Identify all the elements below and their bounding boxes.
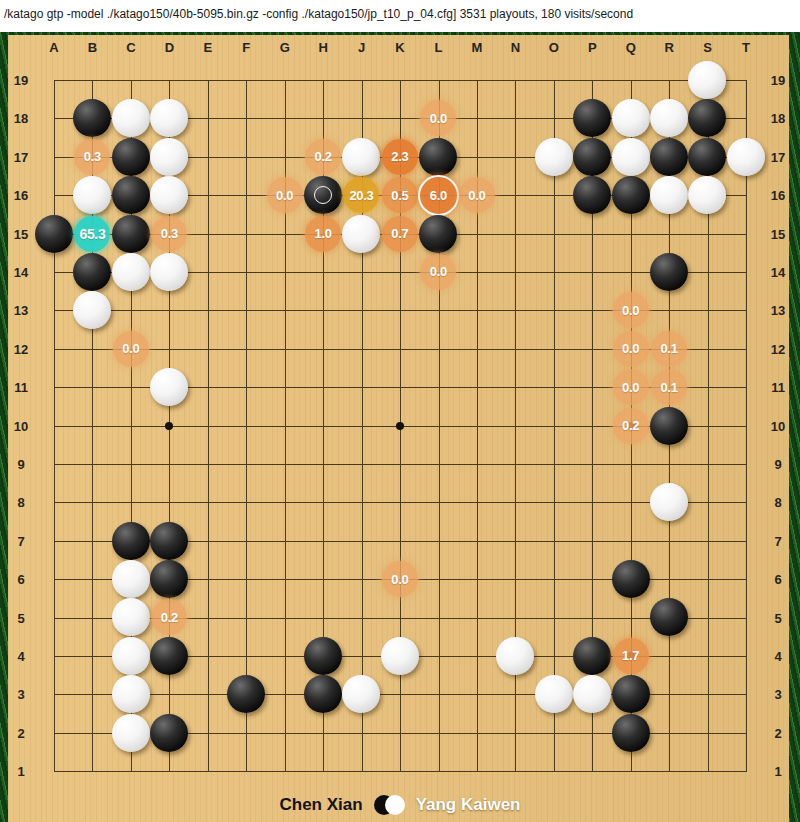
board-intersection[interactable] (727, 138, 765, 176)
board-intersection[interactable] (342, 560, 380, 598)
board-intersection[interactable] (534, 445, 572, 483)
board-intersection[interactable] (227, 598, 265, 636)
board-intersection[interactable] (458, 138, 496, 176)
board-intersection[interactable] (534, 675, 572, 713)
board-intersection[interactable] (688, 99, 726, 137)
board-intersection[interactable] (727, 291, 765, 329)
board-intersection[interactable] (611, 483, 649, 521)
board-intersection[interactable] (688, 521, 726, 559)
board-intersection[interactable]: 0.3 (73, 138, 111, 176)
board-intersection[interactable] (35, 521, 73, 559)
board-intersection[interactable] (650, 637, 688, 675)
board-intersection[interactable] (573, 560, 611, 598)
board-intersection[interactable] (265, 61, 303, 99)
analysis-move-suggestion[interactable]: 0.2 (613, 408, 649, 444)
board-intersection[interactable] (112, 483, 150, 521)
board-intersection[interactable] (112, 598, 150, 636)
board-intersection[interactable] (534, 368, 572, 406)
board-intersection[interactable] (150, 99, 188, 137)
board-intersection[interactable] (650, 61, 688, 99)
board-intersection[interactable] (688, 637, 726, 675)
board-intersection[interactable] (112, 253, 150, 291)
board-intersection[interactable] (227, 291, 265, 329)
board-intersection[interactable] (112, 752, 150, 790)
board-intersection[interactable] (304, 637, 342, 675)
board-intersection[interactable] (342, 138, 380, 176)
board-intersection[interactable] (458, 61, 496, 99)
board-intersection[interactable] (650, 99, 688, 137)
board-intersection[interactable] (419, 214, 457, 252)
board-intersection[interactable] (419, 483, 457, 521)
analysis-move-suggestion[interactable]: 0.0 (459, 177, 495, 213)
board-intersection[interactable] (419, 637, 457, 675)
analysis-move-suggestion[interactable]: 0.0 (613, 331, 649, 367)
board-intersection[interactable] (227, 752, 265, 790)
board-intersection[interactable]: 0.1 (650, 368, 688, 406)
board-intersection[interactable] (150, 675, 188, 713)
board-intersection[interactable] (265, 99, 303, 137)
board-intersection[interactable] (265, 406, 303, 444)
board-intersection[interactable]: 0.0 (381, 560, 419, 598)
board-intersection[interactable] (688, 713, 726, 751)
board-intersection[interactable] (73, 675, 111, 713)
board-intersection[interactable] (150, 752, 188, 790)
board-intersection[interactable] (534, 752, 572, 790)
board-intersection[interactable] (35, 675, 73, 713)
board-intersection[interactable] (227, 214, 265, 252)
board-intersection[interactable] (534, 138, 572, 176)
board-intersection[interactable] (496, 560, 534, 598)
board-intersection[interactable] (73, 330, 111, 368)
board-intersection[interactable] (35, 637, 73, 675)
board-intersection[interactable] (227, 99, 265, 137)
board-intersection[interactable] (342, 99, 380, 137)
analysis-move-suggestion[interactable]: 1.0 (305, 216, 341, 252)
board-intersection[interactable] (458, 368, 496, 406)
board-intersection[interactable] (227, 483, 265, 521)
board-intersection[interactable] (419, 61, 457, 99)
board-intersection[interactable] (342, 483, 380, 521)
board-intersection[interactable] (189, 445, 227, 483)
board-intersection[interactable] (381, 406, 419, 444)
board-intersection[interactable] (381, 483, 419, 521)
board-intersection[interactable] (534, 637, 572, 675)
board-intersection[interactable]: 0.1 (650, 330, 688, 368)
board-intersection[interactable] (688, 406, 726, 444)
board-intersection[interactable] (227, 560, 265, 598)
board-intersection[interactable] (534, 99, 572, 137)
board-intersection[interactable] (265, 368, 303, 406)
board-intersection[interactable] (342, 330, 380, 368)
board-intersection[interactable] (150, 330, 188, 368)
board-intersection[interactable] (35, 598, 73, 636)
board-intersection[interactable] (73, 253, 111, 291)
analysis-move-suggestion[interactable]: 0.0 (420, 100, 456, 136)
board-intersection[interactable] (650, 752, 688, 790)
board-intersection[interactable] (381, 752, 419, 790)
board-intersection[interactable] (35, 99, 73, 137)
board-intersection[interactable] (73, 598, 111, 636)
board-intersection[interactable] (381, 368, 419, 406)
board-intersection[interactable]: 0.3 (150, 214, 188, 252)
board-intersection[interactable]: 0.7 (381, 214, 419, 252)
board-intersection[interactable] (265, 330, 303, 368)
board-intersection[interactable] (265, 521, 303, 559)
board-intersection[interactable] (496, 598, 534, 636)
board-intersection[interactable] (419, 368, 457, 406)
board-intersection[interactable] (189, 675, 227, 713)
board-intersection[interactable] (35, 713, 73, 751)
board-intersection[interactable] (727, 253, 765, 291)
board-intersection[interactable]: 65.3 (73, 214, 111, 252)
board-intersection[interactable]: 0.0 (458, 176, 496, 214)
board-intersection[interactable] (727, 713, 765, 751)
board-intersection[interactable] (496, 406, 534, 444)
board-intersection[interactable] (573, 598, 611, 636)
board-intersection[interactable] (496, 176, 534, 214)
analysis-move-suggestion[interactable]: 20.3 (343, 177, 379, 213)
board-intersection[interactable] (381, 675, 419, 713)
board-intersection[interactable] (189, 138, 227, 176)
board-intersection[interactable] (419, 752, 457, 790)
board-intersection[interactable] (496, 752, 534, 790)
board-intersection[interactable] (227, 445, 265, 483)
board-intersection[interactable] (688, 368, 726, 406)
board-intersection[interactable] (611, 214, 649, 252)
board-intersection[interactable] (727, 598, 765, 636)
board-intersection[interactable] (265, 214, 303, 252)
board-intersection[interactable] (611, 560, 649, 598)
board-intersection[interactable] (342, 214, 380, 252)
board-intersection[interactable]: 1.7 (611, 637, 649, 675)
board-intersection[interactable] (688, 253, 726, 291)
board-intersection[interactable] (727, 406, 765, 444)
board-intersection[interactable] (534, 560, 572, 598)
board-intersection[interactable]: 2.3 (381, 138, 419, 176)
board-intersection[interactable] (381, 445, 419, 483)
board-intersection[interactable] (611, 99, 649, 137)
board-intersection[interactable] (150, 445, 188, 483)
board-intersection[interactable] (227, 61, 265, 99)
board-intersection[interactable] (189, 713, 227, 751)
board-intersection[interactable] (73, 483, 111, 521)
board-intersection[interactable] (35, 176, 73, 214)
board-intersection[interactable] (112, 176, 150, 214)
board-intersection[interactable] (534, 214, 572, 252)
board-intersection[interactable] (458, 330, 496, 368)
board-intersection[interactable] (189, 368, 227, 406)
board-intersection[interactable] (573, 675, 611, 713)
board-intersection[interactable] (458, 406, 496, 444)
board-intersection[interactable] (534, 598, 572, 636)
board-intersection[interactable] (112, 99, 150, 137)
board-intersection[interactable] (112, 637, 150, 675)
board-intersection[interactable] (112, 138, 150, 176)
board-intersection[interactable]: 6.0 (419, 176, 457, 214)
board-intersection[interactable] (189, 99, 227, 137)
board-intersection[interactable] (727, 521, 765, 559)
board-intersection[interactable] (304, 598, 342, 636)
board-intersection[interactable] (458, 560, 496, 598)
board-intersection[interactable] (727, 61, 765, 99)
board-intersection[interactable] (189, 61, 227, 99)
board-intersection[interactable] (650, 214, 688, 252)
board-intersection[interactable] (265, 713, 303, 751)
board-intersection[interactable] (727, 560, 765, 598)
analysis-move-suggestion[interactable]: 1.7 (613, 638, 649, 674)
board-intersection[interactable] (304, 445, 342, 483)
board-intersection[interactable] (496, 637, 534, 675)
board-intersection[interactable] (650, 445, 688, 483)
board-intersection[interactable] (227, 330, 265, 368)
board-intersection[interactable] (304, 368, 342, 406)
board-intersection[interactable] (304, 560, 342, 598)
board-intersection[interactable] (73, 713, 111, 751)
board-intersection[interactable] (496, 368, 534, 406)
board-intersection[interactable] (304, 483, 342, 521)
board-intersection[interactable] (73, 560, 111, 598)
board-intersection[interactable] (727, 483, 765, 521)
board-intersection[interactable] (381, 253, 419, 291)
board-intersection[interactable] (265, 253, 303, 291)
board-intersection[interactable] (727, 368, 765, 406)
board-intersection[interactable] (573, 752, 611, 790)
analysis-move-suggestion[interactable]: 0.1 (651, 331, 687, 367)
analysis-move-suggestion[interactable]: 65.3 (74, 216, 110, 252)
board-intersection[interactable] (688, 483, 726, 521)
board-intersection[interactable] (304, 675, 342, 713)
board-intersection[interactable] (112, 713, 150, 751)
board-intersection[interactable] (458, 99, 496, 137)
board-intersection[interactable] (573, 406, 611, 444)
board-intersection[interactable] (265, 598, 303, 636)
board-intersection[interactable] (112, 445, 150, 483)
board-intersection[interactable] (650, 291, 688, 329)
board-intersection[interactable] (342, 291, 380, 329)
board-intersection[interactable] (189, 483, 227, 521)
board-intersection[interactable] (150, 713, 188, 751)
board-intersection[interactable] (650, 406, 688, 444)
board-intersection[interactable] (650, 713, 688, 751)
board-intersection[interactable] (189, 330, 227, 368)
board-intersection[interactable] (419, 406, 457, 444)
board-intersection[interactable] (458, 445, 496, 483)
board-intersection[interactable] (150, 368, 188, 406)
board-intersection[interactable] (112, 61, 150, 99)
board-intersection[interactable] (189, 598, 227, 636)
board-intersection[interactable] (150, 176, 188, 214)
board-intersection[interactable] (342, 598, 380, 636)
board-intersection[interactable] (265, 560, 303, 598)
board-intersection[interactable] (227, 176, 265, 214)
board-intersection[interactable] (35, 483, 73, 521)
board-intersection[interactable] (688, 291, 726, 329)
analysis-move-suggestion[interactable]: 0.0 (613, 292, 649, 328)
board-intersection[interactable] (381, 291, 419, 329)
board-intersection[interactable] (227, 368, 265, 406)
board-intersection[interactable] (342, 637, 380, 675)
board-intersection[interactable] (534, 253, 572, 291)
board-intersection[interactable] (381, 598, 419, 636)
board-intersection[interactable] (727, 176, 765, 214)
board-intersection[interactable] (573, 445, 611, 483)
board-intersection[interactable] (688, 214, 726, 252)
board-intersection[interactable] (73, 99, 111, 137)
analysis-move-suggestion[interactable]: 0.0 (420, 254, 456, 290)
board-intersection[interactable] (688, 560, 726, 598)
board-intersection[interactable] (189, 214, 227, 252)
board-intersection[interactable] (727, 99, 765, 137)
board-intersection[interactable] (227, 521, 265, 559)
board-intersection[interactable] (573, 253, 611, 291)
board-intersection[interactable] (189, 253, 227, 291)
board-intersection[interactable] (381, 713, 419, 751)
board-intersection[interactable] (73, 61, 111, 99)
board-intersection[interactable] (381, 99, 419, 137)
board-intersection[interactable]: 0.5 (381, 176, 419, 214)
board-intersection[interactable] (304, 176, 342, 214)
board-intersection[interactable] (189, 176, 227, 214)
board-intersection[interactable]: 0.0 (611, 330, 649, 368)
board-intersection[interactable] (381, 637, 419, 675)
board-intersection[interactable] (265, 483, 303, 521)
board-intersection[interactable] (35, 138, 73, 176)
board-intersection[interactable] (727, 637, 765, 675)
board-intersection[interactable] (304, 521, 342, 559)
board-intersection[interactable] (727, 675, 765, 713)
analysis-move-suggestion[interactable]: 0.0 (267, 177, 303, 213)
board-intersection[interactable] (189, 637, 227, 675)
board-intersection[interactable] (35, 368, 73, 406)
board-intersection[interactable] (112, 675, 150, 713)
board-intersection[interactable] (688, 675, 726, 713)
board-intersection[interactable] (73, 752, 111, 790)
board-intersection[interactable] (342, 253, 380, 291)
board-intersection[interactable] (419, 713, 457, 751)
board-intersection[interactable] (458, 713, 496, 751)
board-intersection[interactable]: 0.0 (112, 330, 150, 368)
board-intersection[interactable] (419, 445, 457, 483)
analysis-move-suggestion[interactable]: 0.3 (74, 139, 110, 175)
board-intersection[interactable] (650, 483, 688, 521)
board-intersection[interactable] (496, 483, 534, 521)
board-intersection[interactable]: 1.0 (304, 214, 342, 252)
analysis-move-suggestion[interactable]: 2.3 (382, 139, 418, 175)
board-intersection[interactable] (611, 253, 649, 291)
board-intersection[interactable] (35, 214, 73, 252)
board-intersection[interactable] (73, 445, 111, 483)
board-intersection[interactable] (611, 176, 649, 214)
board-intersection[interactable] (304, 752, 342, 790)
board-intersection[interactable] (189, 752, 227, 790)
board-intersection[interactable] (688, 330, 726, 368)
board-intersection[interactable] (496, 253, 534, 291)
board-intersection[interactable] (304, 99, 342, 137)
board-intersection[interactable] (650, 253, 688, 291)
board-intersection[interactable] (150, 560, 188, 598)
board-intersection[interactable] (573, 61, 611, 99)
board-intersection[interactable] (496, 675, 534, 713)
board-intersection[interactable] (534, 483, 572, 521)
board-intersection[interactable]: 0.0 (611, 291, 649, 329)
board-intersection[interactable] (419, 560, 457, 598)
board-intersection[interactable] (304, 406, 342, 444)
board-intersection[interactable] (265, 637, 303, 675)
analysis-move-suggestion[interactable]: 0.0 (382, 561, 418, 597)
board-intersection[interactable]: 0.0 (611, 368, 649, 406)
board-intersection[interactable] (381, 521, 419, 559)
board-intersection[interactable] (458, 752, 496, 790)
board-intersection[interactable] (611, 675, 649, 713)
board-intersection[interactable] (35, 291, 73, 329)
board-intersection[interactable] (688, 752, 726, 790)
board-intersection[interactable]: 0.0 (419, 253, 457, 291)
analysis-move-suggestion[interactable]: 0.7 (382, 216, 418, 252)
board-intersection[interactable] (688, 176, 726, 214)
board-intersection[interactable] (112, 291, 150, 329)
analysis-move-suggestion[interactable]: 0.2 (305, 139, 341, 175)
board-intersection[interactable] (35, 61, 73, 99)
board-intersection[interactable] (227, 675, 265, 713)
board-intersection[interactable]: 0.0 (265, 176, 303, 214)
board-intersection[interactable] (496, 330, 534, 368)
board-intersection[interactable] (227, 713, 265, 751)
board-intersection[interactable] (35, 330, 73, 368)
board-intersection[interactable] (573, 99, 611, 137)
analysis-move-suggestion[interactable]: 0.0 (113, 331, 149, 367)
board-intersection[interactable] (611, 521, 649, 559)
board-intersection[interactable] (419, 675, 457, 713)
board-intersection[interactable] (419, 330, 457, 368)
board-intersection[interactable] (727, 445, 765, 483)
board-intersection[interactable] (150, 291, 188, 329)
board-intersection[interactable] (573, 368, 611, 406)
analysis-move-suggestion[interactable]: 0.1 (651, 369, 687, 405)
board-intersection[interactable] (650, 521, 688, 559)
board-intersection[interactable] (496, 99, 534, 137)
board-intersection[interactable] (381, 330, 419, 368)
board-intersection[interactable] (304, 253, 342, 291)
board-intersection[interactable] (611, 713, 649, 751)
board-intersection[interactable] (650, 675, 688, 713)
board-intersection[interactable] (227, 253, 265, 291)
board-intersection[interactable] (458, 483, 496, 521)
board-intersection[interactable] (112, 560, 150, 598)
board-intersection[interactable] (496, 445, 534, 483)
board-intersection[interactable] (573, 330, 611, 368)
board-intersection[interactable] (73, 406, 111, 444)
board-intersection[interactable] (342, 521, 380, 559)
board-intersection[interactable] (573, 483, 611, 521)
board-intersection[interactable] (150, 253, 188, 291)
board-intersection[interactable] (419, 521, 457, 559)
board-intersection[interactable] (534, 521, 572, 559)
board-intersection[interactable] (227, 138, 265, 176)
board-intersection[interactable] (573, 713, 611, 751)
board-intersection[interactable] (150, 406, 188, 444)
board-intersection[interactable] (458, 521, 496, 559)
board-intersection[interactable] (35, 752, 73, 790)
analysis-move-suggestion[interactable]: 6.0 (418, 175, 459, 216)
board-intersection[interactable] (458, 675, 496, 713)
board-intersection[interactable] (534, 713, 572, 751)
board-intersection[interactable] (727, 214, 765, 252)
board-intersection[interactable] (573, 214, 611, 252)
board-intersection[interactable] (611, 445, 649, 483)
board-intersection[interactable] (573, 637, 611, 675)
board-intersection[interactable] (496, 138, 534, 176)
board-intersection[interactable] (73, 637, 111, 675)
